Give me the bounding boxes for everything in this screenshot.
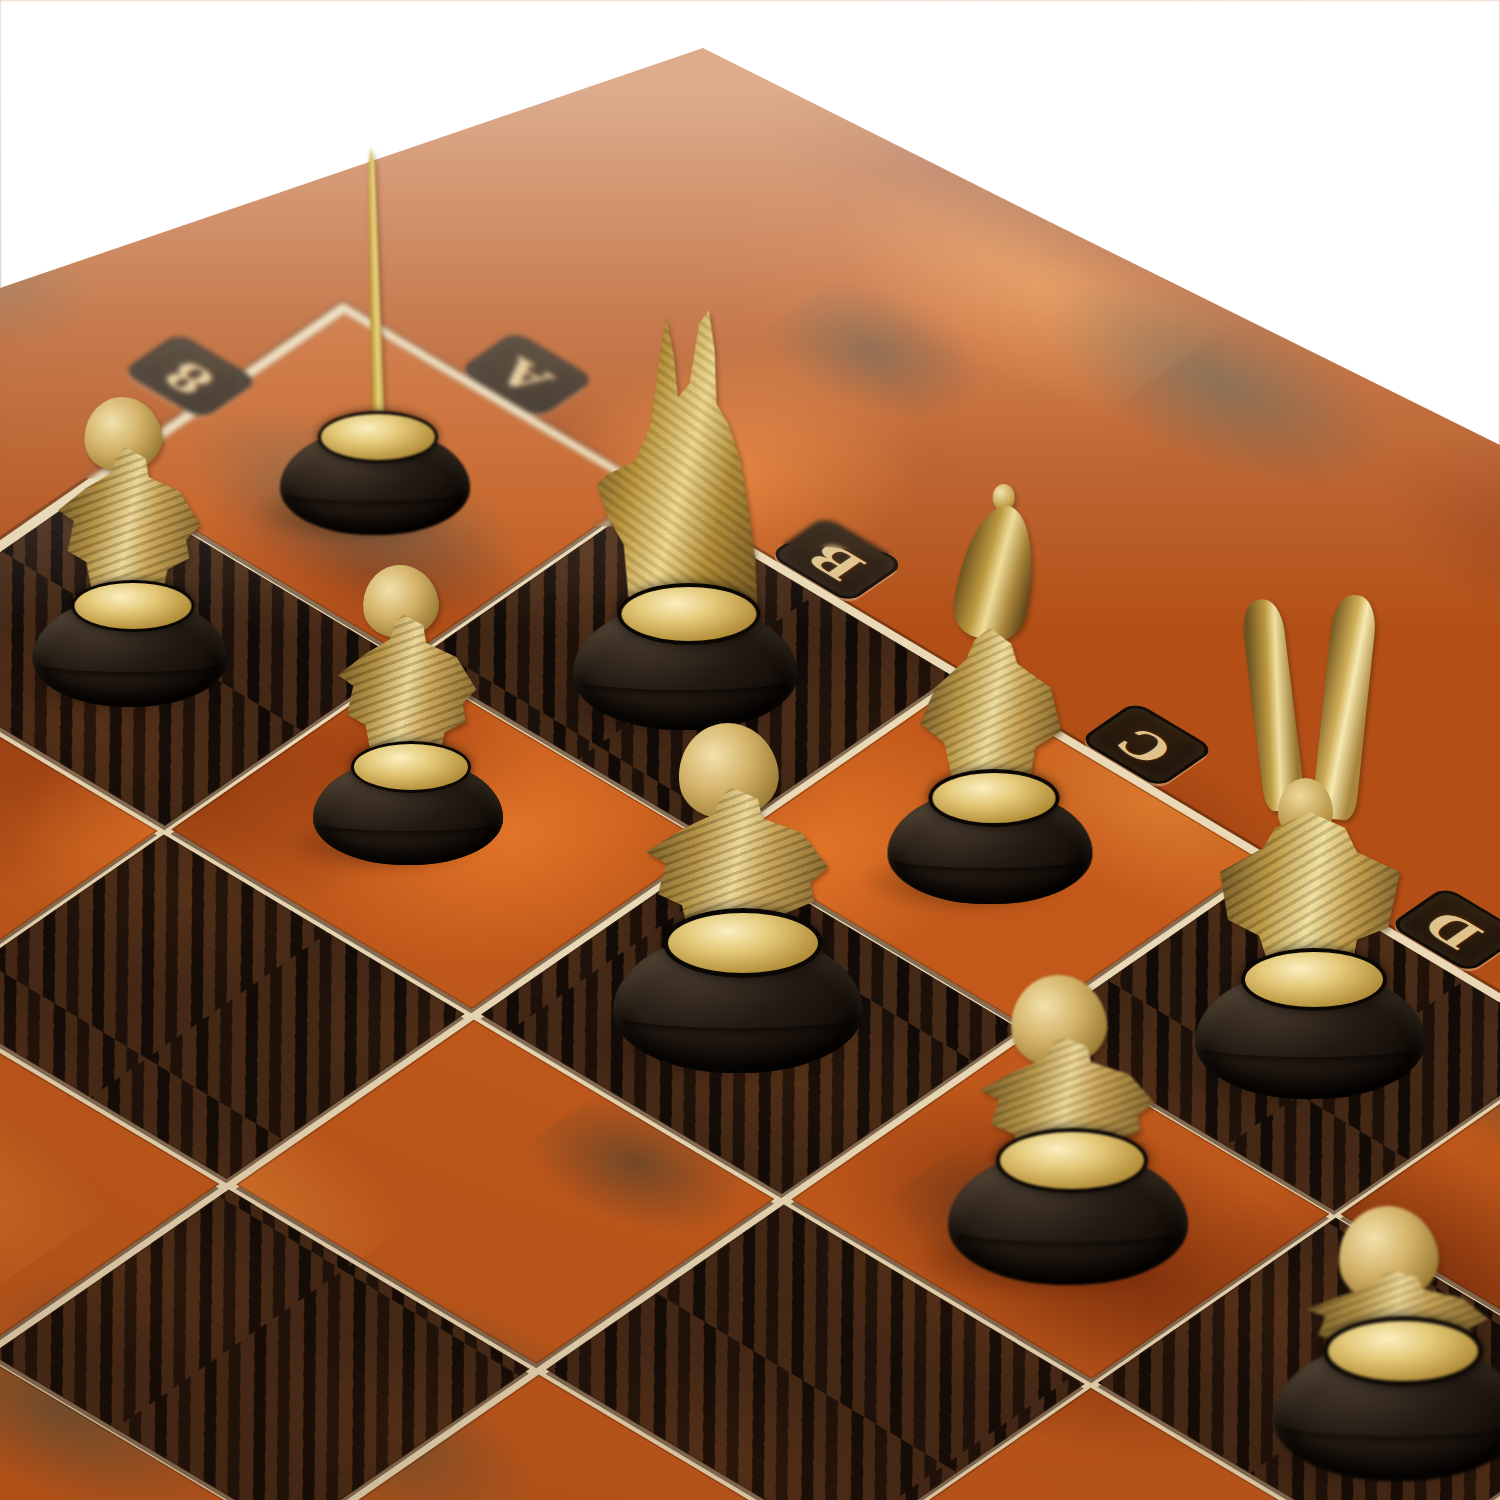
product-photo-scene: 8ABCD [0, 0, 1500, 1500]
coordinate-text: B [799, 535, 875, 584]
coordinate-text: 8 [156, 354, 225, 399]
coordinate-text: A [490, 351, 563, 398]
coordinate-text: D [1418, 905, 1495, 955]
chess-board: 8ABCD [0, 0, 1500, 1500]
coordinate-text: C [1110, 721, 1184, 769]
